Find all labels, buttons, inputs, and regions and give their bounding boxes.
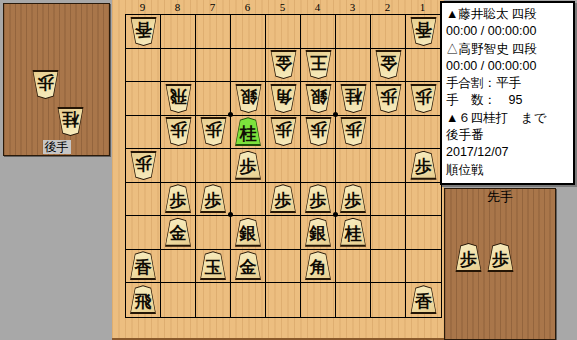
koma-sente-pawn[interactable]: 歩 (340, 184, 367, 213)
koma-glyph: 銀 (240, 86, 257, 107)
info-line-10: 順位戦 (446, 162, 569, 179)
file-label-2: 2 (370, 0, 405, 14)
file-label-5: 5 (265, 0, 300, 14)
koma-glyph: 歩 (205, 190, 222, 211)
info-line-7: ▲６四桂打 まで (446, 110, 569, 127)
square-2九[interactable] (371, 283, 406, 317)
koma-face: 桂 (236, 118, 261, 144)
koma-sente-gold[interactable]: 金 (235, 251, 262, 280)
koma-face: 歩 (341, 119, 366, 145)
info-line-5: 手合割：平手 (446, 75, 569, 92)
koma-sente-pawn[interactable]: 歩 (235, 151, 262, 180)
koma-sente-pawn[interactable]: 歩 (455, 243, 482, 272)
square-8五[interactable] (161, 149, 196, 183)
square-9六[interactable] (126, 183, 161, 217)
file-label-7: 7 (195, 0, 230, 14)
square-8二[interactable] (161, 49, 196, 83)
square-6六[interactable] (231, 183, 266, 217)
square-5五[interactable] (266, 149, 301, 183)
koma-glyph: 飛 (170, 86, 187, 107)
koma-gote-silver[interactable]: 銀 (305, 84, 332, 113)
koma-glyph: 金 (240, 257, 257, 278)
info-line-2: 00:00 / 00:00:00 (446, 23, 569, 40)
file-label-9: 9 (125, 0, 160, 14)
square-1三[interactable]: 歩 (406, 82, 441, 116)
square-7一[interactable] (196, 15, 231, 49)
square-2六[interactable] (371, 183, 406, 217)
square-3四[interactable]: 歩 (336, 116, 371, 150)
square-4二[interactable]: 王 (301, 49, 336, 83)
square-5八[interactable] (266, 250, 301, 284)
koma-sente-gold[interactable]: 金 (165, 218, 192, 247)
koma-glyph: 歩 (345, 119, 362, 140)
koma-glyph: 王 (310, 52, 327, 73)
koma-face: 香 (411, 19, 436, 45)
koma-gote-lance[interactable]: 香 (130, 17, 157, 46)
koma-face: 金 (166, 219, 191, 245)
info-line-1: ▲藤井聡太 四段 (446, 6, 569, 23)
star-point (333, 112, 338, 117)
square-6七[interactable]: 銀 (231, 216, 266, 250)
koma-face: 銀 (306, 219, 331, 245)
koma-face: 歩 (411, 86, 436, 112)
koma-face: 角 (271, 86, 296, 112)
koma-gote-pawn[interactable]: 歩 (200, 117, 227, 146)
koma-face: 銀 (306, 86, 331, 112)
square-3二[interactable] (336, 49, 371, 83)
square-9九[interactable]: 飛 (126, 283, 161, 317)
koma-gote-knight[interactable]: 桂 (57, 107, 84, 136)
square-8七[interactable]: 金 (161, 216, 196, 250)
koma-sente-knight[interactable]: 桂 (235, 117, 262, 146)
koma-gote-pawn[interactable]: 歩 (130, 151, 157, 180)
koma-glyph: 桂 (240, 123, 257, 144)
square-8八[interactable] (161, 250, 196, 284)
star-point (228, 212, 233, 217)
sente-captured-tray[interactable]: 先手 歩歩 (444, 188, 556, 340)
square-3六[interactable]: 歩 (336, 183, 371, 217)
koma-gote-pawn[interactable]: 歩 (32, 70, 59, 99)
square-5六[interactable]: 歩 (266, 183, 301, 217)
koma-gote-rook[interactable]: 飛 (165, 84, 192, 113)
koma-glyph: 歩 (310, 119, 327, 140)
koma-glyph: 歩 (37, 72, 54, 93)
square-7八[interactable]: 玉 (196, 250, 231, 284)
square-8四[interactable]: 歩 (161, 116, 196, 150)
info-line-3: △高野智史 四段 (446, 41, 569, 58)
koma-sente-silver[interactable]: 銀 (235, 218, 262, 247)
koma-face: 金 (271, 52, 296, 78)
koma-glyph: 歩 (415, 86, 432, 107)
koma-sente-pawn[interactable]: 歩 (270, 184, 297, 213)
square-3八[interactable] (336, 250, 371, 284)
square-6五[interactable]: 歩 (231, 149, 266, 183)
square-3三[interactable]: 桂 (336, 82, 371, 116)
shogi-replay-window: 後手 歩桂 987654321 香香金王金飛銀角銀桂歩歩歩歩桂歩歩歩歩歩歩歩歩歩… (0, 0, 577, 340)
square-5九[interactable] (266, 283, 301, 317)
star-point (228, 112, 233, 117)
koma-sente-silver[interactable]: 銀 (305, 218, 332, 247)
square-4九[interactable] (301, 283, 336, 317)
square-9七[interactable] (126, 216, 161, 250)
square-1四[interactable] (406, 116, 441, 150)
square-2七[interactable] (371, 216, 406, 250)
square-5四[interactable]: 歩 (266, 116, 301, 150)
koma-face: 歩 (376, 86, 401, 112)
koma-sente-pawn[interactable]: 歩 (165, 184, 192, 213)
koma-gote-knight[interactable]: 桂 (340, 84, 367, 113)
square-4三[interactable]: 銀 (301, 82, 336, 116)
koma-face: 飛 (166, 86, 191, 112)
koma-glyph: 桂 (345, 223, 362, 244)
koma-face: 金 (376, 52, 401, 78)
square-5二[interactable]: 金 (266, 49, 301, 83)
square-5七[interactable] (266, 216, 301, 250)
koma-face: 玉 (201, 252, 226, 278)
koma-sente-pawn[interactable]: 歩 (487, 243, 514, 272)
square-7二[interactable] (196, 49, 231, 83)
koma-glyph: 角 (275, 86, 292, 107)
koma-face: 歩 (341, 185, 366, 211)
square-1五[interactable]: 歩 (406, 149, 441, 183)
koma-sente-lance[interactable]: 香 (130, 251, 157, 280)
koma-face: 香 (131, 252, 156, 278)
file-label-3: 3 (335, 0, 370, 14)
koma-glyph: 歩 (460, 249, 477, 270)
koma-face: 歩 (411, 152, 436, 178)
square-7九[interactable] (196, 283, 231, 317)
game-info-panel: ▲藤井聡太 四段00:00 / 00:00:00△高野智史 四段00:00 / … (440, 1, 575, 185)
koma-glyph: 歩 (135, 153, 152, 174)
square-7三[interactable] (196, 82, 231, 116)
square-2三[interactable]: 歩 (371, 82, 406, 116)
square-9五[interactable]: 歩 (126, 149, 161, 183)
koma-glyph: 飛 (135, 291, 152, 312)
koma-glyph: 歩 (170, 119, 187, 140)
square-9四[interactable] (126, 116, 161, 150)
square-7六[interactable]: 歩 (196, 183, 231, 217)
square-3七[interactable]: 桂 (336, 216, 371, 250)
square-3九[interactable] (336, 283, 371, 317)
koma-face: 歩 (131, 153, 156, 179)
square-3五[interactable] (336, 149, 371, 183)
koma-gote-gold[interactable]: 金 (270, 50, 297, 79)
koma-face: 香 (411, 286, 436, 312)
koma-glyph: 金 (275, 52, 292, 73)
square-7五[interactable] (196, 149, 231, 183)
koma-glyph: 香 (135, 257, 152, 278)
star-point (333, 212, 338, 217)
square-4四[interactable]: 歩 (301, 116, 336, 150)
koma-glyph: 歩 (275, 119, 292, 140)
koma-sente-bishop[interactable]: 角 (305, 251, 332, 280)
square-6一[interactable] (231, 15, 266, 49)
square-4八[interactable]: 角 (301, 250, 336, 284)
square-1七[interactable] (406, 216, 441, 250)
square-6九[interactable] (231, 283, 266, 317)
file-label-6: 6 (230, 0, 265, 14)
square-3一[interactable] (336, 15, 371, 49)
koma-face: 銀 (236, 86, 261, 112)
shogi-board: 987654321 香香金王金飛銀角銀桂歩歩歩歩桂歩歩歩歩歩歩歩歩歩歩歩金銀銀桂… (112, 0, 444, 340)
square-6八[interactable]: 金 (231, 250, 266, 284)
koma-gote-gold[interactable]: 金 (375, 50, 402, 79)
koma-glyph: 玉 (205, 257, 222, 278)
koma-glyph: 歩 (415, 156, 432, 177)
koma-glyph: 香 (415, 291, 432, 312)
square-4六[interactable]: 歩 (301, 183, 336, 217)
square-9一[interactable]: 香 (126, 15, 161, 49)
square-4一[interactable] (301, 15, 336, 49)
koma-gote-king[interactable]: 王 (305, 50, 332, 79)
square-6二[interactable] (231, 49, 266, 83)
koma-gote-pawn[interactable]: 歩 (410, 84, 437, 113)
koma-glyph: 歩 (380, 86, 397, 107)
koma-face: 歩 (166, 119, 191, 145)
sente-tray-label: 先手 (487, 190, 513, 204)
square-2二[interactable]: 金 (371, 49, 406, 83)
koma-face: 銀 (236, 219, 261, 245)
file-label-8: 8 (160, 0, 195, 14)
file-label-1: 1 (405, 0, 440, 14)
square-8六[interactable]: 歩 (161, 183, 196, 217)
koma-gote-pawn[interactable]: 歩 (375, 84, 402, 113)
square-6四[interactable]: 桂 (231, 116, 266, 150)
square-9八[interactable]: 香 (126, 250, 161, 284)
square-4七[interactable]: 銀 (301, 216, 336, 250)
info-line-9: 2017/12/07 (446, 144, 569, 161)
square-1六[interactable] (406, 183, 441, 217)
koma-face: 歩 (166, 185, 191, 211)
koma-sente-pawn[interactable]: 歩 (305, 184, 332, 213)
info-line-4: 00:00 / 00:00:00 (446, 58, 569, 75)
file-label-4: 4 (300, 0, 335, 14)
koma-glyph: 桂 (345, 86, 362, 107)
square-1二[interactable] (406, 49, 441, 83)
koma-face: 王 (306, 52, 331, 78)
koma-glyph: 歩 (310, 190, 327, 211)
square-4五[interactable] (301, 149, 336, 183)
square-2五[interactable] (371, 149, 406, 183)
koma-face: 飛 (131, 286, 156, 312)
koma-face: 角 (306, 252, 331, 278)
koma-gote-silver[interactable]: 銀 (235, 84, 262, 113)
koma-glyph: 歩 (275, 190, 292, 211)
koma-gote-pawn[interactable]: 歩 (165, 117, 192, 146)
koma-face: 金 (236, 252, 261, 278)
koma-glyph: 銀 (310, 223, 327, 244)
koma-face: 歩 (201, 185, 226, 211)
koma-gote-lance[interactable]: 香 (410, 17, 437, 46)
square-1八[interactable] (406, 250, 441, 284)
koma-face: 歩 (201, 119, 226, 145)
square-1九[interactable]: 香 (406, 283, 441, 317)
square-8一[interactable] (161, 15, 196, 49)
koma-glyph: 歩 (205, 119, 222, 140)
koma-gote-pawn[interactable]: 歩 (270, 117, 297, 146)
square-7七[interactable] (196, 216, 231, 250)
koma-sente-pawn[interactable]: 歩 (410, 151, 437, 180)
file-coordinate-labels: 987654321 (125, 0, 440, 14)
square-6三[interactable]: 銀 (231, 82, 266, 116)
koma-face: 歩 (33, 72, 58, 98)
koma-sente-king[interactable]: 玉 (200, 251, 227, 280)
koma-glyph: 歩 (492, 249, 509, 270)
koma-face: 歩 (236, 152, 261, 178)
koma-glyph: 香 (415, 19, 432, 40)
square-5一[interactable] (266, 15, 301, 49)
info-line-6: 手 数： 95 (446, 92, 569, 109)
koma-sente-pawn[interactable]: 歩 (200, 184, 227, 213)
gote-captured-tray[interactable]: 後手 歩桂 (3, 3, 110, 156)
square-8三[interactable]: 飛 (161, 82, 196, 116)
koma-glyph: 歩 (345, 190, 362, 211)
koma-glyph: 歩 (240, 156, 257, 177)
koma-sente-rook[interactable]: 飛 (130, 285, 157, 314)
square-7四[interactable]: 歩 (196, 116, 231, 150)
square-2一[interactable] (371, 15, 406, 49)
koma-face: 桂 (58, 109, 83, 135)
koma-face: 桂 (341, 219, 366, 245)
square-2八[interactable] (371, 250, 406, 284)
koma-glyph: 銀 (310, 86, 327, 107)
koma-gote-bishop[interactable]: 角 (270, 84, 297, 113)
koma-sente-lance[interactable]: 香 (410, 285, 437, 314)
koma-sente-knight[interactable]: 桂 (340, 218, 367, 247)
square-2四[interactable] (371, 116, 406, 150)
koma-face: 香 (131, 19, 156, 45)
koma-gote-pawn[interactable]: 歩 (305, 117, 332, 146)
koma-face: 歩 (271, 119, 296, 145)
koma-face: 歩 (271, 185, 296, 211)
koma-glyph: 歩 (170, 190, 187, 211)
koma-gote-pawn[interactable]: 歩 (340, 117, 367, 146)
square-1一[interactable]: 香 (406, 15, 441, 49)
koma-face: 桂 (341, 86, 366, 112)
koma-glyph: 香 (135, 19, 152, 40)
square-9三[interactable] (126, 82, 161, 116)
koma-face: 歩 (456, 244, 481, 270)
square-8九[interactable] (161, 283, 196, 317)
square-5三[interactable]: 角 (266, 82, 301, 116)
board-grid: 香香金王金飛銀角銀桂歩歩歩歩桂歩歩歩歩歩歩歩歩歩歩歩金銀銀桂香玉金角飛香 (125, 14, 442, 318)
koma-face: 歩 (306, 119, 331, 145)
koma-glyph: 金 (380, 52, 397, 73)
koma-face: 歩 (488, 244, 513, 270)
koma-face: 歩 (306, 185, 331, 211)
koma-glyph: 金 (170, 223, 187, 244)
square-9二[interactable] (126, 49, 161, 83)
info-line-8: 後手番 (446, 127, 569, 144)
gote-tray-label: 後手 (43, 140, 71, 154)
koma-glyph: 角 (310, 257, 327, 278)
koma-glyph: 桂 (62, 109, 79, 130)
koma-glyph: 銀 (240, 223, 257, 244)
